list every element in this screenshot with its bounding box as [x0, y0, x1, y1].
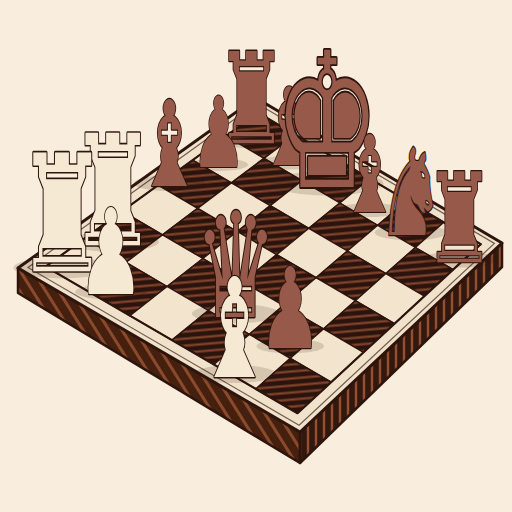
chess-illustration: ♜♝♟♝♚♝♞♜♜♜♟♛♟♝ [0, 0, 512, 512]
bishop-glyph: ♝ [196, 249, 274, 409]
piece-light-bishop-e1: ♝ [193, 249, 276, 409]
pawn-glyph: ♟ [77, 184, 144, 322]
chess-scene: ♜♝♟♝♚♝♞♜♜♜♟♛♟♝ [0, 0, 512, 512]
piece-light-pawn-b1: ♟ [75, 184, 146, 322]
rook-glyph: ♜ [424, 146, 494, 292]
piece-dark-rook-f6: ♜ [422, 146, 497, 292]
